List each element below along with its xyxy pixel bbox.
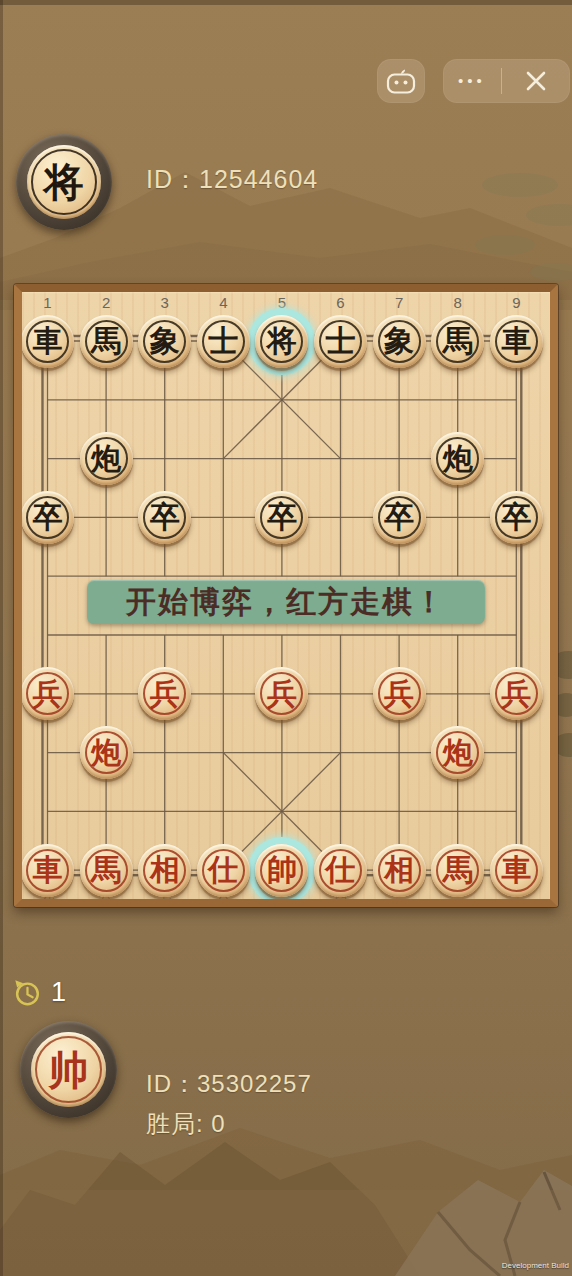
player-avatar: 帅 [20, 1021, 117, 1118]
column-label-top: 2 [102, 294, 110, 311]
piece-red-兵[interactable]: 兵 [373, 667, 426, 720]
window-controls-pill: ••• [443, 59, 570, 103]
piece-red-炮[interactable]: 炮 [431, 726, 484, 779]
opponent-avatar-piece: 将 [27, 145, 101, 219]
player-wins: 胜局: 0 [146, 1108, 226, 1140]
piece-red-兵[interactable]: 兵 [21, 667, 74, 720]
left-edge-shade [0, 0, 3, 1276]
piece-red-兵[interactable]: 兵 [490, 667, 543, 720]
piece-black-炮[interactable]: 炮 [80, 432, 133, 485]
column-label-top: 7 [395, 294, 403, 311]
close-button[interactable] [502, 59, 570, 103]
column-label-top: 4 [219, 294, 227, 311]
piece-black-車[interactable]: 車 [490, 315, 543, 368]
piece-red-車[interactable]: 車 [21, 844, 74, 897]
player-id: ID：35302257 [146, 1068, 312, 1100]
opponent-avatar: 将 [16, 134, 112, 230]
piece-red-相[interactable]: 相 [138, 844, 191, 897]
undo-counter: 1 [12, 977, 66, 1008]
piece-red-炮[interactable]: 炮 [80, 726, 133, 779]
more-menu-button[interactable]: ••• [443, 59, 501, 103]
status-banner-text: 开始博弈，红方走棋！ [126, 582, 446, 623]
gamepad-icon [386, 68, 416, 95]
piece-black-象[interactable]: 象 [138, 315, 191, 368]
piece-black-卒[interactable]: 卒 [490, 491, 543, 544]
piece-black-卒[interactable]: 卒 [138, 491, 191, 544]
piece-black-卒[interactable]: 卒 [21, 491, 74, 544]
app-window: ••• 将 ID：12544604 123456789 九八七六五四三二一 車馬… [0, 0, 572, 1276]
piece-black-卒[interactable]: 卒 [373, 491, 426, 544]
piece-black-士[interactable]: 士 [314, 315, 367, 368]
piece-black-馬[interactable]: 馬 [80, 315, 133, 368]
gamepad-button[interactable] [377, 59, 425, 103]
piece-red-車[interactable]: 車 [490, 844, 543, 897]
piece-black-象[interactable]: 象 [373, 315, 426, 368]
piece-black-車[interactable]: 車 [21, 315, 74, 368]
column-label-top: 6 [336, 294, 344, 311]
column-label-top: 1 [43, 294, 51, 311]
player-avatar-piece: 帅 [31, 1032, 106, 1107]
column-label-top: 8 [454, 294, 462, 311]
piece-red-仕[interactable]: 仕 [314, 844, 367, 897]
undo-count-value: 1 [51, 977, 66, 1008]
top-shade-strip [0, 0, 572, 5]
close-icon [524, 69, 548, 93]
piece-black-炮[interactable]: 炮 [431, 432, 484, 485]
status-banner: 开始博弈，红方走棋！ [87, 580, 485, 624]
piece-red-馬[interactable]: 馬 [431, 844, 484, 897]
dev-build-watermark: Development Build [502, 1261, 569, 1270]
piece-black-卒[interactable]: 卒 [255, 491, 308, 544]
opponent-id: ID：12544604 [146, 163, 318, 196]
column-label-top: 3 [161, 294, 169, 311]
column-label-top: 9 [512, 294, 520, 311]
piece-red-帥[interactable]: 帥 [255, 844, 308, 897]
history-clock-icon [12, 978, 42, 1008]
piece-red-相[interactable]: 相 [373, 844, 426, 897]
piece-red-仕[interactable]: 仕 [197, 844, 250, 897]
piece-black-士[interactable]: 士 [197, 315, 250, 368]
piece-black-将[interactable]: 将 [255, 315, 308, 368]
piece-red-馬[interactable]: 馬 [80, 844, 133, 897]
piece-black-馬[interactable]: 馬 [431, 315, 484, 368]
